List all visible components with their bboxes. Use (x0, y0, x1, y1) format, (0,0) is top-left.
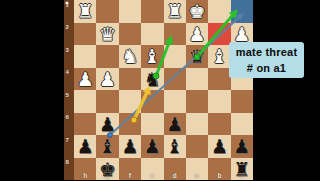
square-a6[interactable] (231, 113, 253, 136)
rank-label-5: 5 (66, 92, 74, 99)
piece-bN-e4[interactable]: ♞ (141, 68, 163, 91)
square-d3[interactable] (164, 45, 186, 68)
mate-threat-callout: mate threat # on a1 (229, 42, 304, 78)
piece-wQ-g2[interactable]: ♛ (96, 23, 118, 46)
square-b8[interactable]: b (208, 158, 230, 181)
square-c7[interactable] (186, 135, 208, 158)
square-a1[interactable] (231, 0, 253, 23)
piece-wP-g4[interactable]: ♟ (96, 68, 118, 91)
piece-wN-f3[interactable]: ♞ (119, 45, 141, 68)
square-c4[interactable] (186, 68, 208, 91)
piece-bP-f7[interactable]: ♟ (119, 135, 141, 158)
rank-label-8: 8 (66, 159, 74, 166)
square-b4[interactable] (208, 68, 230, 91)
callout-line-1: mate threat (229, 44, 304, 61)
rank-label-7: 7 (66, 137, 74, 144)
square-b2[interactable] (208, 23, 230, 46)
file-label-d: d (164, 172, 186, 179)
square-a5[interactable] (231, 90, 253, 113)
square-e1[interactable] (141, 0, 163, 23)
square-g5[interactable] (96, 90, 118, 113)
piece-bP-d6[interactable]: ♟ (164, 113, 186, 136)
video-frame: 12345678 hgfedcba♜♜♚♛♟♟♞♝♛♝♟♟♞♟♟♟♝♟♟♝♟♟♚… (0, 0, 320, 180)
square-d4[interactable] (164, 68, 186, 91)
square-f8[interactable]: f (119, 158, 141, 181)
piece-bB-d7[interactable]: ♝ (164, 135, 186, 158)
square-h2[interactable] (74, 23, 96, 46)
square-d5[interactable] (164, 90, 186, 113)
file-label-h: h (74, 172, 96, 179)
square-f4[interactable] (119, 68, 141, 91)
piece-bB-g7[interactable]: ♝ (96, 135, 118, 158)
square-h5[interactable] (74, 90, 96, 113)
square-h8[interactable]: h (74, 158, 96, 181)
square-f2[interactable] (119, 23, 141, 46)
rank-label-4: 4 (66, 69, 74, 76)
square-e5[interactable] (141, 90, 163, 113)
piece-bQ-c3[interactable]: ♛ (186, 45, 208, 68)
piece-bK-g8[interactable]: ♚ (96, 158, 118, 181)
piece-wB-b3[interactable]: ♝ (208, 45, 230, 68)
square-e8[interactable]: e (141, 158, 163, 181)
square-g1[interactable] (96, 0, 118, 23)
square-h3[interactable] (74, 45, 96, 68)
piece-bP-b7[interactable]: ♟ (208, 135, 230, 158)
piece-wR-h1[interactable]: ♜ (74, 0, 96, 23)
square-f5[interactable] (119, 90, 141, 113)
rank-label-2: 2 (66, 24, 74, 31)
square-h6[interactable] (74, 113, 96, 136)
piece-wP-c2[interactable]: ♟ (186, 23, 208, 46)
square-f6[interactable] (119, 113, 141, 136)
rank-label-3: 3 (66, 47, 74, 54)
file-label-e: e (141, 172, 163, 179)
square-d8[interactable]: d (164, 158, 186, 181)
rank-label-6: 6 (66, 114, 74, 121)
board-squares: hgfedcba♜♜♚♛♟♟♞♝♛♝♟♟♞♟♟♟♝♟♟♝♟♟♚♜ (74, 0, 253, 180)
letterbox-left (0, 0, 64, 180)
piece-wR-d1[interactable]: ♜ (164, 0, 186, 23)
square-e6[interactable] (141, 113, 163, 136)
file-label-c: c (186, 172, 208, 179)
square-c8[interactable]: c (186, 158, 208, 181)
file-label-f: f (119, 172, 141, 179)
letterbox-right (253, 0, 320, 180)
piece-bP-a7[interactable]: ♟ (231, 135, 253, 158)
piece-bP-g6[interactable]: ♟ (96, 113, 118, 136)
square-b6[interactable] (208, 113, 230, 136)
square-b1[interactable] (208, 0, 230, 23)
piece-bP-e7[interactable]: ♟ (141, 135, 163, 158)
rank-label-1: 1 (66, 2, 74, 9)
rank-gutter: 12345678 (64, 0, 74, 180)
piece-bR-a8[interactable]: ♜ (231, 158, 253, 181)
piece-wB-e3[interactable]: ♝ (141, 45, 163, 68)
chess-board: 12345678 hgfedcba♜♜♚♛♟♟♞♝♛♝♟♟♞♟♟♟♝♟♟♝♟♟♚… (64, 0, 253, 180)
square-d2[interactable] (164, 23, 186, 46)
callout-line-2: # on a1 (229, 60, 304, 77)
piece-wK-c1[interactable]: ♚ (186, 0, 208, 23)
square-c6[interactable] (186, 113, 208, 136)
square-e2[interactable] (141, 23, 163, 46)
square-b5[interactable] (208, 90, 230, 113)
piece-bP-h7[interactable]: ♟ (74, 135, 96, 158)
square-g3[interactable] (96, 45, 118, 68)
square-f1[interactable] (119, 0, 141, 23)
file-label-b: b (208, 172, 230, 179)
square-c5[interactable] (186, 90, 208, 113)
piece-wP-h4[interactable]: ♟ (74, 68, 96, 91)
